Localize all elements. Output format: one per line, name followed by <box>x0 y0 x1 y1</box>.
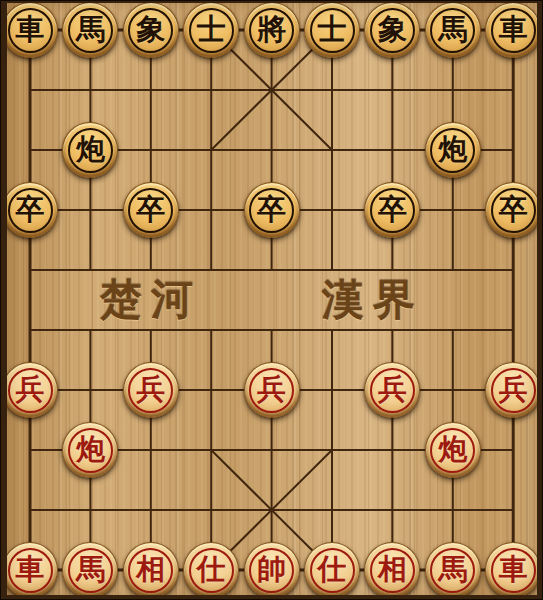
piece-ring: 將 <box>249 8 294 53</box>
piece-ring: 相 <box>370 548 415 593</box>
piece-black-soldier[interactable]: 卒 <box>123 182 179 238</box>
board-grid <box>0 0 543 600</box>
piece-glyph: 炮 <box>76 435 105 464</box>
piece-black-cannon[interactable]: 炮 <box>62 122 118 178</box>
piece-ring: 炮 <box>68 128 113 173</box>
piece-glyph: 帥 <box>257 555 286 584</box>
piece-black-soldier[interactable]: 卒 <box>244 182 300 238</box>
piece-red-advisor[interactable]: 仕 <box>304 542 360 598</box>
piece-glyph: 車 <box>499 555 528 584</box>
piece-ring: 卒 <box>249 188 294 233</box>
piece-black-horse[interactable]: 馬 <box>425 2 481 58</box>
piece-red-chariot[interactable]: 車 <box>2 542 58 598</box>
piece-ring: 卒 <box>370 188 415 233</box>
piece-glyph: 馬 <box>76 15 105 44</box>
piece-red-horse[interactable]: 馬 <box>62 542 118 598</box>
piece-glyph: 車 <box>16 555 45 584</box>
piece-ring: 帥 <box>249 548 294 593</box>
piece-ring: 士 <box>189 8 234 53</box>
piece-black-soldier[interactable]: 卒 <box>364 182 420 238</box>
piece-ring: 馬 <box>68 548 113 593</box>
piece-glyph: 兵 <box>378 375 407 404</box>
piece-black-general[interactable]: 將 <box>244 2 300 58</box>
piece-glyph: 卒 <box>499 195 528 224</box>
piece-ring: 炮 <box>430 128 475 173</box>
piece-glyph: 車 <box>16 15 45 44</box>
piece-red-soldier[interactable]: 兵 <box>485 362 541 418</box>
piece-ring: 兵 <box>249 368 294 413</box>
piece-glyph: 卒 <box>378 195 407 224</box>
piece-ring: 仕 <box>189 548 234 593</box>
piece-glyph: 馬 <box>438 555 467 584</box>
piece-ring: 車 <box>491 548 536 593</box>
piece-glyph: 卒 <box>16 195 45 224</box>
piece-glyph: 炮 <box>76 135 105 164</box>
river-label-chu-he: 楚河 <box>100 279 202 321</box>
piece-black-advisor[interactable]: 士 <box>304 2 360 58</box>
piece-red-cannon[interactable]: 炮 <box>425 422 481 478</box>
piece-ring: 馬 <box>68 8 113 53</box>
piece-black-elephant[interactable]: 象 <box>364 2 420 58</box>
piece-ring: 車 <box>491 8 536 53</box>
piece-red-soldier[interactable]: 兵 <box>2 362 58 418</box>
piece-glyph: 兵 <box>136 375 165 404</box>
piece-ring: 車 <box>8 8 53 53</box>
piece-red-soldier[interactable]: 兵 <box>364 362 420 418</box>
piece-ring: 相 <box>128 548 173 593</box>
piece-glyph: 車 <box>499 15 528 44</box>
piece-glyph: 兵 <box>16 375 45 404</box>
piece-ring: 卒 <box>128 188 173 233</box>
piece-glyph: 兵 <box>499 375 528 404</box>
piece-glyph: 馬 <box>76 555 105 584</box>
piece-glyph: 士 <box>318 15 347 44</box>
piece-black-chariot[interactable]: 車 <box>2 2 58 58</box>
piece-ring: 象 <box>370 8 415 53</box>
piece-ring: 士 <box>310 8 355 53</box>
piece-red-soldier[interactable]: 兵 <box>123 362 179 418</box>
piece-glyph: 士 <box>197 15 226 44</box>
piece-red-chariot[interactable]: 車 <box>485 542 541 598</box>
piece-glyph: 象 <box>378 15 407 44</box>
piece-black-advisor[interactable]: 士 <box>183 2 239 58</box>
piece-red-advisor[interactable]: 仕 <box>183 542 239 598</box>
piece-glyph: 相 <box>378 555 407 584</box>
piece-ring: 仕 <box>310 548 355 593</box>
piece-red-elephant[interactable]: 相 <box>123 542 179 598</box>
piece-ring: 卒 <box>491 188 536 233</box>
piece-black-elephant[interactable]: 象 <box>123 2 179 58</box>
piece-glyph: 仕 <box>197 555 226 584</box>
piece-ring: 卒 <box>8 188 53 233</box>
piece-black-cannon[interactable]: 炮 <box>425 122 481 178</box>
piece-glyph: 馬 <box>438 15 467 44</box>
piece-ring: 兵 <box>8 368 53 413</box>
piece-red-elephant[interactable]: 相 <box>364 542 420 598</box>
piece-ring: 車 <box>8 548 53 593</box>
piece-black-soldier[interactable]: 卒 <box>485 182 541 238</box>
piece-ring: 兵 <box>370 368 415 413</box>
piece-ring: 馬 <box>430 8 475 53</box>
piece-glyph: 炮 <box>438 435 467 464</box>
piece-glyph: 卒 <box>136 195 165 224</box>
piece-glyph: 象 <box>136 15 165 44</box>
piece-glyph: 仕 <box>318 555 347 584</box>
piece-glyph: 兵 <box>257 375 286 404</box>
piece-ring: 象 <box>128 8 173 53</box>
piece-black-horse[interactable]: 馬 <box>62 2 118 58</box>
piece-ring: 兵 <box>491 368 536 413</box>
river-label-han-jie: 漢界 <box>322 279 424 321</box>
piece-red-soldier[interactable]: 兵 <box>244 362 300 418</box>
piece-ring: 炮 <box>68 428 113 473</box>
piece-ring: 兵 <box>128 368 173 413</box>
piece-glyph: 將 <box>257 15 286 44</box>
piece-black-soldier[interactable]: 卒 <box>2 182 58 238</box>
piece-black-chariot[interactable]: 車 <box>485 2 541 58</box>
piece-red-cannon[interactable]: 炮 <box>62 422 118 478</box>
piece-glyph: 相 <box>136 555 165 584</box>
xiangqi-board: 楚河 漢界 車馬象士將士象馬車炮炮卒卒卒卒卒兵兵兵兵兵炮炮車馬相仕帥仕相馬車 <box>0 0 543 600</box>
piece-red-horse[interactable]: 馬 <box>425 542 481 598</box>
piece-ring: 炮 <box>430 428 475 473</box>
piece-glyph: 炮 <box>438 135 467 164</box>
piece-ring: 馬 <box>430 548 475 593</box>
piece-glyph: 卒 <box>257 195 286 224</box>
piece-red-general[interactable]: 帥 <box>244 542 300 598</box>
